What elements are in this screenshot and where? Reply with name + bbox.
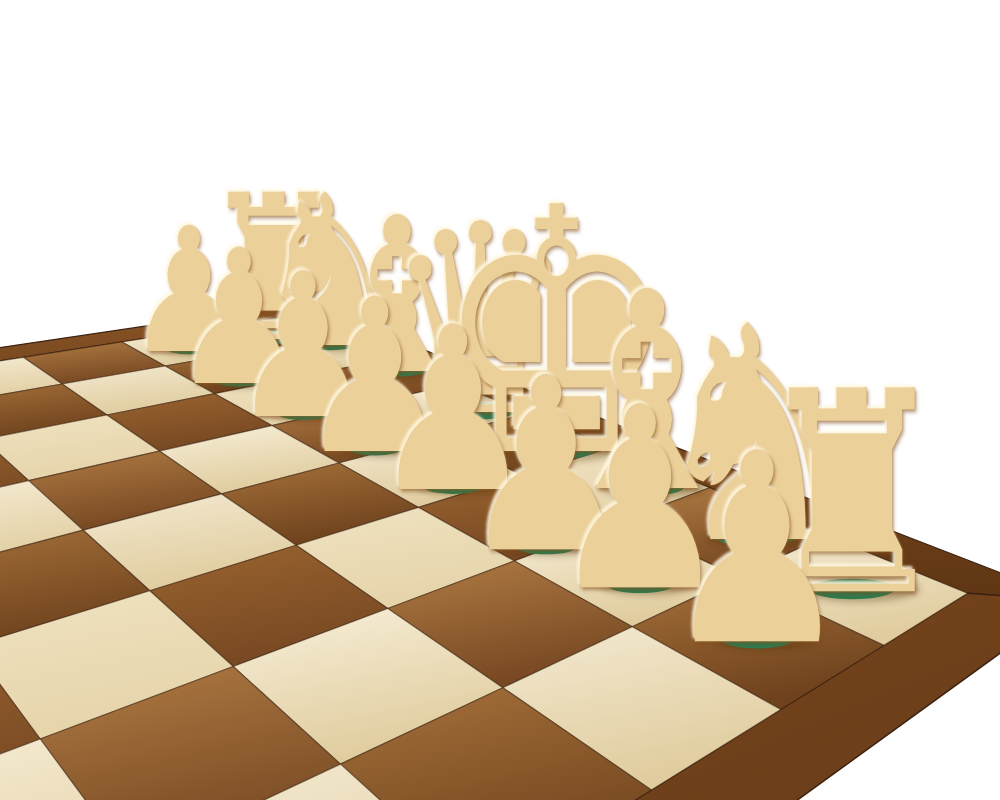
product-photo-scene: ♜♞♟♝♟♛♟♚♟♝♟♞♟♟♜♟ [0, 0, 1000, 800]
piece-white-pawn-h2[interactable]: ♟ [637, 419, 877, 682]
